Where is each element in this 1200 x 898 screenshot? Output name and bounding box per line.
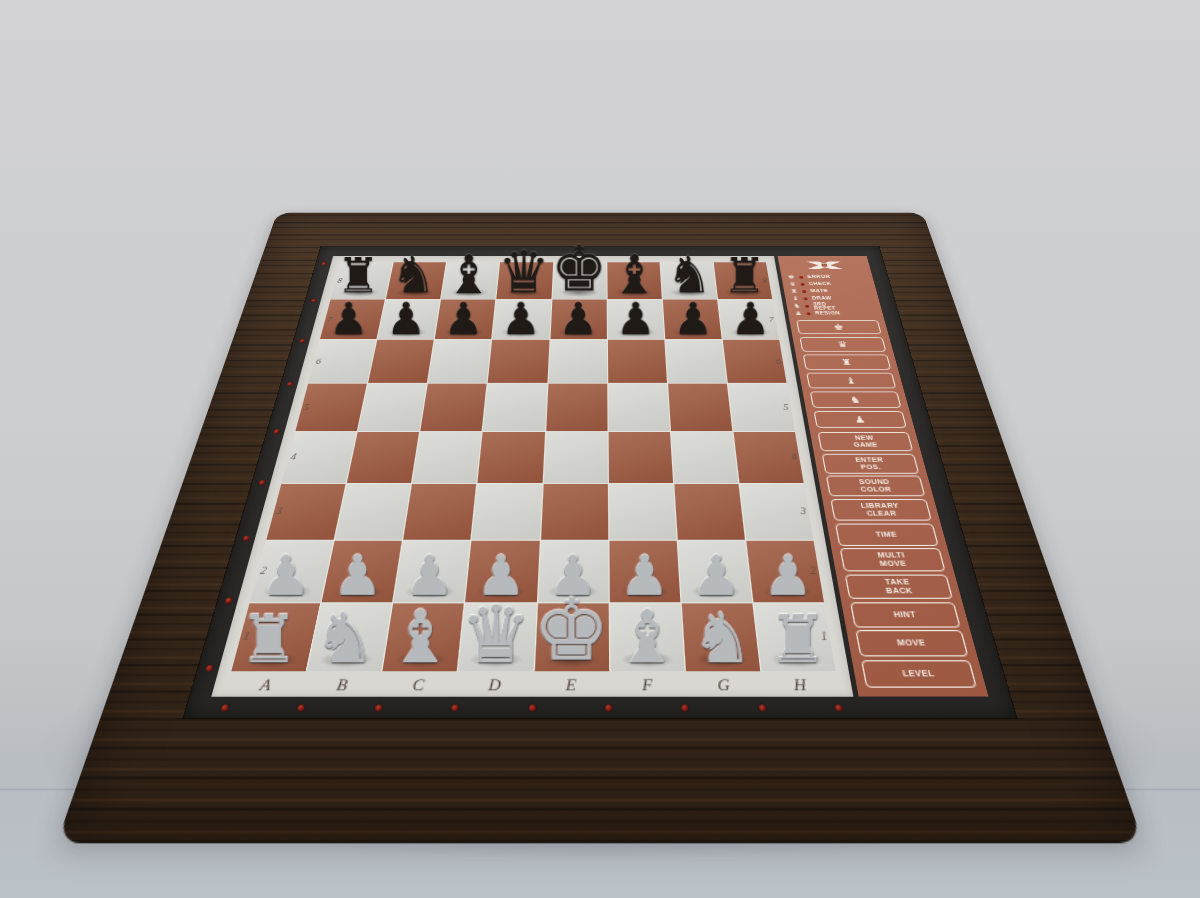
- knight-icon: ♞: [793, 304, 806, 309]
- piece-button-list: ♚♛♜♝♞♟: [796, 320, 908, 431]
- file-label-f: F: [609, 675, 686, 695]
- square-h6[interactable]: 6: [723, 340, 787, 383]
- square-d8[interactable]: ♛: [497, 262, 553, 299]
- sound-color-button[interactable]: SOUND COLOR: [826, 476, 926, 497]
- piece-shadow: [339, 288, 380, 297]
- square-f6[interactable]: [608, 340, 667, 383]
- rook-icon: ♜: [790, 289, 802, 294]
- rank-label-right-6: 6: [775, 357, 781, 365]
- square-e5[interactable]: [546, 384, 607, 431]
- square-g7[interactable]: ♟: [663, 300, 722, 340]
- square-h8[interactable]: 8♜: [714, 262, 773, 299]
- piece-shadow: [443, 328, 485, 337]
- square-b3[interactable]: [335, 484, 411, 540]
- board-led: [311, 299, 317, 302]
- square-b2[interactable]: ♟: [322, 541, 402, 603]
- bishop-button[interactable]: ♝: [806, 373, 896, 389]
- square-c7[interactable]: ♟: [435, 300, 496, 340]
- brand-logo: [785, 259, 865, 271]
- square-h2[interactable]: 2♟: [746, 541, 824, 603]
- piece-black-pawn-c7[interactable]: ♟: [443, 298, 483, 339]
- piece-white-queen-d1[interactable]: ♛: [460, 598, 531, 671]
- square-e6[interactable]: [548, 340, 607, 383]
- piece-white-rook-h1[interactable]: ♜: [769, 610, 829, 671]
- piece-black-pawn-g7[interactable]: ♟: [673, 298, 713, 339]
- status-led-error: ♚ERROR: [787, 273, 867, 280]
- square-c5[interactable]: [421, 384, 487, 431]
- piece-white-knight-g1[interactable]: ♞: [692, 608, 754, 672]
- piece-white-knight-b1[interactable]: ♞: [313, 608, 375, 672]
- piece-black-pawn-d7[interactable]: ♟: [501, 298, 541, 339]
- piece-shadow: [504, 288, 544, 297]
- piece-black-pawn-e7[interactable]: ♟: [558, 298, 598, 339]
- piece-white-pawn-b2[interactable]: ♟: [332, 551, 382, 602]
- square-b4[interactable]: [347, 432, 419, 483]
- board-led: [287, 382, 293, 386]
- rank-label-right-7: 7: [768, 315, 774, 323]
- status-led-label-resign: RESIGN: [815, 311, 877, 315]
- square-h3[interactable]: 3: [739, 484, 813, 540]
- scene: 8♜♞♝♛♚♝♞8♜7♟♟♟♟♟♟♟7♟665544332♟♟♟♟♟♟♟2♟1♜…: [0, 0, 1200, 898]
- square-a5[interactable]: 5: [296, 384, 367, 431]
- square-a7[interactable]: 7♟: [320, 300, 385, 340]
- file-label-a: A: [225, 675, 306, 695]
- bishop-icon: ♝: [792, 296, 804, 301]
- square-e1[interactable]: ♚: [534, 603, 608, 671]
- status-led-label-check: CHECK: [809, 282, 869, 286]
- board-led: [225, 597, 233, 603]
- square-e4[interactable]: [543, 432, 607, 483]
- board-led: [205, 665, 213, 671]
- pawn-button[interactable]: ♟: [814, 411, 907, 428]
- square-d7[interactable]: ♟: [493, 300, 551, 340]
- square-d6[interactable]: [488, 340, 549, 383]
- status-led-label-3rd-repet: 3RD REPET: [813, 302, 875, 311]
- square-a3[interactable]: 3: [267, 484, 346, 540]
- rank-label-right-3: 3: [799, 506, 807, 517]
- square-f1[interactable]: ♝: [609, 603, 684, 671]
- library-clear-button[interactable]: LIBRARY CLEAR: [830, 499, 932, 520]
- chess-board: 8♜♞♝♛♚♝♞8♜7♟♟♟♟♟♟♟7♟665544332♟♟♟♟♟♟♟2♟1♜…: [231, 262, 835, 671]
- square-g3[interactable]: [674, 484, 745, 540]
- king-icon: ♚: [788, 274, 800, 279]
- sensor-board-surface: 8♜♞♝♛♚♝♞8♜7♟♟♟♟♟♟♟7♟665544332♟♟♟♟♟♟♟2♟1♜…: [184, 246, 1016, 718]
- square-c2[interactable]: ♟: [394, 541, 471, 603]
- file-label-h: H: [761, 675, 840, 695]
- piece-black-rook-h8[interactable]: ♜: [723, 254, 767, 299]
- rank-label-left-5: 5: [303, 402, 311, 411]
- piece-shadow: [560, 288, 599, 297]
- board-led: [243, 536, 250, 541]
- piece-shadow: [672, 328, 713, 337]
- piece-white-bishop-f1[interactable]: ♝: [614, 604, 679, 671]
- knight-button[interactable]: ♞: [810, 392, 902, 408]
- pawn-icon: ♟: [794, 311, 807, 317]
- square-c6[interactable]: [428, 340, 491, 383]
- piece-black-pawn-f7[interactable]: ♟: [616, 298, 656, 339]
- hint-button[interactable]: HINT: [850, 602, 961, 627]
- square-a2[interactable]: 2♟: [250, 541, 334, 603]
- status-led-label-error: ERROR: [807, 275, 867, 279]
- piece-black-knight-g8[interactable]: ♞: [667, 253, 712, 299]
- status-led-3rd-repet: ♞3RD REPET: [793, 302, 875, 309]
- square-f4[interactable]: [608, 432, 673, 483]
- square-b7[interactable]: ♟: [377, 300, 440, 340]
- board-led: [374, 705, 382, 712]
- rook-button[interactable]: ♜: [803, 355, 891, 370]
- square-b5[interactable]: [358, 384, 427, 431]
- multi-move-button[interactable]: MULTI MOVE: [840, 548, 946, 571]
- square-f3[interactable]: [609, 484, 677, 540]
- board-margin: 8♜♞♝♛♚♝♞8♜7♟♟♟♟♟♟♟7♟665544332♟♟♟♟♟♟♟2♟1♜…: [211, 256, 853, 697]
- piece-black-knight-b8[interactable]: ♞: [391, 253, 436, 299]
- square-h4[interactable]: 4: [733, 432, 803, 483]
- piece-shadow: [669, 288, 709, 297]
- board-led: [835, 705, 843, 712]
- square-g1[interactable]: ♞: [681, 603, 760, 671]
- square-d4[interactable]: [478, 432, 545, 483]
- file-label-b: B: [302, 675, 382, 695]
- board-led: [299, 339, 305, 343]
- file-label-d: D: [456, 675, 534, 695]
- piece-white-pawn-g2[interactable]: ♟: [692, 551, 742, 602]
- chess-computer: 8♜♞♝♛♚♝♞8♜7♟♟♟♟♟♟♟7♟665544332♟♟♟♟♟♟♟2♟1♜…: [57, 213, 1144, 844]
- file-label-e: E: [532, 675, 609, 695]
- square-g8[interactable]: ♞: [660, 262, 717, 299]
- piece-shadow: [386, 328, 428, 337]
- status-led-mate: ♜MATE: [790, 288, 871, 295]
- square-c8[interactable]: ♝: [441, 262, 499, 299]
- piece-black-bishop-c8[interactable]: ♝: [445, 250, 493, 299]
- square-a4[interactable]: 4: [282, 432, 357, 483]
- status-led-draw: ♝DRAW: [791, 295, 873, 302]
- board-led: [298, 705, 306, 712]
- move-button[interactable]: MOVE: [855, 630, 968, 656]
- piece-shadow: [615, 328, 656, 337]
- piece-shadow: [724, 288, 764, 297]
- level-button[interactable]: LEVEL: [861, 660, 977, 688]
- piece-white-pawn-a2[interactable]: ♟: [260, 551, 310, 602]
- board-led: [273, 429, 280, 433]
- piece-black-bishop-f8[interactable]: ♝: [611, 250, 659, 299]
- board-led: [682, 705, 689, 712]
- new-game-button[interactable]: NEW GAME: [818, 432, 914, 451]
- rank-label-right-4: 4: [791, 452, 798, 462]
- square-d1[interactable]: ♛: [458, 603, 536, 671]
- piece-shadow: [328, 328, 371, 337]
- square-e7[interactable]: ♟: [550, 300, 607, 340]
- square-e8[interactable]: ♚: [552, 262, 606, 299]
- queen-button[interactable]: ♛: [799, 337, 886, 352]
- piece-black-pawn-b7[interactable]: ♟: [386, 298, 426, 339]
- rank-label-left-8: 8: [337, 277, 344, 284]
- square-b6[interactable]: [368, 340, 434, 383]
- piece-black-rook-a8[interactable]: ♜: [336, 254, 380, 299]
- status-led-check: ♛CHECK: [789, 280, 869, 287]
- square-g5[interactable]: [668, 384, 732, 431]
- time-button[interactable]: TIME: [835, 523, 939, 545]
- square-d5[interactable]: [483, 384, 547, 431]
- square-c4[interactable]: [412, 432, 482, 483]
- piece-black-pawn-h7[interactable]: ♟: [731, 298, 771, 339]
- status-led-label-draw: DRAW: [812, 296, 873, 300]
- rank-label-right-8: 8: [762, 277, 768, 284]
- square-f2[interactable]: ♟: [609, 541, 680, 603]
- piece-shadow: [449, 288, 489, 297]
- status-led-list: ♚ERROR♛CHECK♜MATE♝DRAW♞3RD REPET♟RESIGN: [787, 273, 877, 317]
- square-g6[interactable]: [665, 340, 727, 383]
- square-c3[interactable]: [404, 484, 477, 540]
- enter-pos-button[interactable]: ENTER POS.: [822, 454, 920, 474]
- board-led: [758, 705, 765, 712]
- board-led: [605, 705, 612, 712]
- piece-shadow: [729, 328, 771, 337]
- square-a1[interactable]: 1♜: [231, 603, 320, 671]
- square-b8[interactable]: ♞: [386, 262, 446, 299]
- butterfly-x-logo-icon: [803, 260, 846, 270]
- king-button[interactable]: ♚: [796, 320, 881, 334]
- square-h1[interactable]: 1♜: [753, 603, 835, 671]
- square-e3[interactable]: [540, 484, 607, 540]
- piece-shadow: [501, 328, 542, 337]
- square-a6[interactable]: 6: [308, 340, 376, 383]
- status-led-label-mate: MATE: [810, 289, 870, 293]
- piece-shadow: [394, 288, 434, 297]
- square-c1[interactable]: ♝: [383, 603, 464, 671]
- file-label-c: C: [379, 675, 458, 695]
- square-a8[interactable]: 8♜: [331, 262, 393, 299]
- square-g2[interactable]: ♟: [678, 541, 753, 603]
- square-h5[interactable]: 5: [728, 384, 795, 431]
- bottom-led-strip: [220, 702, 843, 714]
- take-back-button[interactable]: TAKE BACK: [845, 575, 953, 599]
- file-labels: ABCDEFGH: [225, 675, 840, 695]
- rank-label-right-5: 5: [783, 402, 790, 411]
- piece-white-bishop-c1[interactable]: ♝: [387, 604, 452, 671]
- square-f8[interactable]: ♝: [607, 262, 662, 299]
- queen-icon: ♛: [789, 281, 801, 286]
- piece-black-king-e8[interactable]: ♚: [551, 241, 607, 299]
- piece-black-queen-d8[interactable]: ♛: [498, 246, 550, 299]
- file-label-g: G: [685, 675, 763, 695]
- square-d3[interactable]: [472, 484, 542, 540]
- status-led-resign: ♟RESIGN: [794, 310, 877, 318]
- board-led: [321, 262, 326, 265]
- piece-black-pawn-a7[interactable]: ♟: [328, 298, 368, 339]
- square-f7[interactable]: ♟: [607, 300, 664, 340]
- piece-white-pawn-h2[interactable]: ♟: [764, 551, 814, 602]
- square-g4[interactable]: [671, 432, 738, 483]
- board-led: [451, 705, 458, 712]
- board-led: [259, 480, 266, 485]
- board-led: [528, 705, 535, 712]
- piece-shadow: [615, 288, 654, 297]
- board-led: [221, 705, 229, 712]
- square-h7[interactable]: 7♟: [718, 300, 779, 340]
- rank-label-left-6: 6: [315, 357, 322, 365]
- piece-shadow: [558, 328, 599, 337]
- piece-white-rook-a1[interactable]: ♜: [239, 610, 299, 671]
- rank-label-left-4: 4: [290, 452, 298, 462]
- rank-label-left-3: 3: [275, 506, 284, 517]
- rank-label-left-7: 7: [326, 315, 333, 323]
- square-f5[interactable]: [608, 384, 670, 431]
- piece-white-king-e1[interactable]: ♚: [533, 592, 610, 671]
- square-b1[interactable]: ♞: [307, 603, 392, 671]
